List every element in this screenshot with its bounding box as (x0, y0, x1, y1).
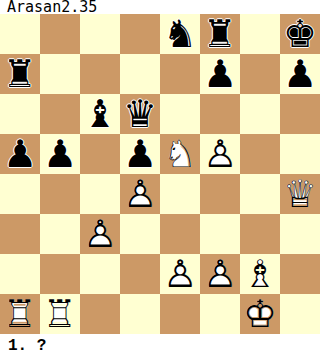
square-b7[interactable] (40, 54, 80, 94)
square-a7[interactable]: ♜ (0, 54, 40, 94)
piece-white-pawn-icon: ♟♙ (123, 174, 157, 214)
square-f6[interactable] (200, 94, 240, 134)
square-h3[interactable] (280, 214, 320, 254)
square-f4[interactable] (200, 174, 240, 214)
piece-white-rook-icon: ♜♖ (3, 294, 37, 334)
piece-white-pawn-icon: ♟♙ (163, 254, 197, 294)
piece-white-rook-icon: ♜♖ (43, 294, 77, 334)
piece-black-pawn-icon: ♟ (203, 54, 237, 94)
square-f3[interactable] (200, 214, 240, 254)
square-c8[interactable] (80, 14, 120, 54)
square-a4[interactable] (0, 174, 40, 214)
square-e8[interactable]: ♞ (160, 14, 200, 54)
piece-black-rook-icon: ♜ (203, 14, 237, 54)
square-e1[interactable] (160, 294, 200, 334)
square-b5[interactable]: ♟ (40, 134, 80, 174)
piece-black-rook-icon: ♜ (3, 54, 37, 94)
square-d6[interactable]: ♛ (120, 94, 160, 134)
square-a6[interactable] (0, 94, 40, 134)
square-a3[interactable] (0, 214, 40, 254)
piece-white-king-icon: ♚♔ (243, 294, 277, 334)
square-c5[interactable] (80, 134, 120, 174)
square-b8[interactable] (40, 14, 80, 54)
square-e6[interactable] (160, 94, 200, 134)
square-a8[interactable] (0, 14, 40, 54)
square-h7[interactable]: ♟ (280, 54, 320, 94)
piece-black-pawn-icon: ♟ (283, 54, 317, 94)
square-g2[interactable]: ♝♗ (240, 254, 280, 294)
square-f7[interactable]: ♟ (200, 54, 240, 94)
square-d4[interactable]: ♟♙ (120, 174, 160, 214)
square-h4[interactable]: ♛♕ (280, 174, 320, 214)
square-h5[interactable] (280, 134, 320, 174)
square-d1[interactable] (120, 294, 160, 334)
square-h1[interactable] (280, 294, 320, 334)
square-g6[interactable] (240, 94, 280, 134)
chess-board: ♞♜♚♜♟♟♝♛♟♟♟♞♘♟♙♟♙♛♕♟♙♟♙♟♙♝♗♜♖♜♖♚♔ (0, 14, 320, 334)
square-d5[interactable]: ♟ (120, 134, 160, 174)
square-g1[interactable]: ♚♔ (240, 294, 280, 334)
square-a1[interactable]: ♜♖ (0, 294, 40, 334)
piece-black-pawn-icon: ♟ (3, 134, 37, 174)
square-f5[interactable]: ♟♙ (200, 134, 240, 174)
square-b2[interactable] (40, 254, 80, 294)
piece-black-queen-icon: ♛ (123, 94, 157, 134)
move-prompt: 1. ? (0, 334, 320, 360)
square-a2[interactable] (0, 254, 40, 294)
piece-black-pawn-icon: ♟ (123, 134, 157, 174)
square-f8[interactable]: ♜ (200, 14, 240, 54)
piece-black-knight-icon: ♞ (163, 14, 197, 54)
piece-white-pawn-icon: ♟♙ (203, 254, 237, 294)
square-e7[interactable] (160, 54, 200, 94)
square-f2[interactable]: ♟♙ (200, 254, 240, 294)
square-c2[interactable] (80, 254, 120, 294)
square-b3[interactable] (40, 214, 80, 254)
piece-white-knight-icon: ♞♘ (163, 134, 197, 174)
square-a5[interactable]: ♟ (0, 134, 40, 174)
square-d2[interactable] (120, 254, 160, 294)
piece-white-pawn-icon: ♟♙ (203, 134, 237, 174)
square-b6[interactable] (40, 94, 80, 134)
square-c6[interactable]: ♝ (80, 94, 120, 134)
square-h6[interactable] (280, 94, 320, 134)
square-g8[interactable] (240, 14, 280, 54)
square-e4[interactable] (160, 174, 200, 214)
square-c7[interactable] (80, 54, 120, 94)
square-g3[interactable] (240, 214, 280, 254)
square-d3[interactable] (120, 214, 160, 254)
piece-black-king-icon: ♚ (283, 14, 317, 54)
piece-black-pawn-icon: ♟ (43, 134, 77, 174)
square-e5[interactable]: ♞♘ (160, 134, 200, 174)
square-b4[interactable] (40, 174, 80, 214)
square-c1[interactable] (80, 294, 120, 334)
chess-app: Arasan2.35 ♞♜♚♜♟♟♝♛♟♟♟♞♘♟♙♟♙♛♕♟♙♟♙♟♙♝♗♜♖… (0, 0, 320, 360)
square-b1[interactable]: ♜♖ (40, 294, 80, 334)
square-c4[interactable] (80, 174, 120, 214)
square-e3[interactable] (160, 214, 200, 254)
square-f1[interactable] (200, 294, 240, 334)
piece-white-bishop-icon: ♝♗ (243, 254, 277, 294)
square-g7[interactable] (240, 54, 280, 94)
square-d8[interactable] (120, 14, 160, 54)
piece-white-pawn-icon: ♟♙ (83, 214, 117, 254)
engine-title: Arasan2.35 (0, 0, 320, 14)
square-h8[interactable]: ♚ (280, 14, 320, 54)
square-g5[interactable] (240, 134, 280, 174)
square-g4[interactable] (240, 174, 280, 214)
square-c3[interactable]: ♟♙ (80, 214, 120, 254)
square-e2[interactable]: ♟♙ (160, 254, 200, 294)
square-h2[interactable] (280, 254, 320, 294)
square-d7[interactable] (120, 54, 160, 94)
piece-black-bishop-icon: ♝ (83, 94, 117, 134)
piece-white-queen-icon: ♛♕ (283, 174, 317, 214)
